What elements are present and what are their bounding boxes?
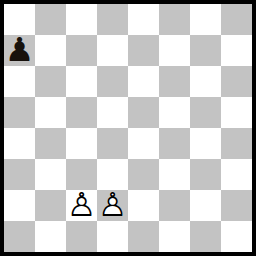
square-h4[interactable] [221, 128, 252, 159]
square-h8[interactable] [221, 4, 252, 35]
square-d7[interactable] [97, 35, 128, 66]
square-c1[interactable] [66, 221, 97, 252]
chess-board: ♟♟♙♟♙ [4, 4, 252, 252]
square-g6[interactable] [190, 66, 221, 97]
square-c6[interactable] [66, 66, 97, 97]
square-h1[interactable] [221, 221, 252, 252]
square-b6[interactable] [35, 66, 66, 97]
square-e6[interactable] [128, 66, 159, 97]
square-e4[interactable] [128, 128, 159, 159]
square-h3[interactable] [221, 159, 252, 190]
board-frame: ♟♟♙♟♙ [0, 0, 256, 256]
white-pawn-icon: ♙ [97, 189, 128, 220]
square-d2[interactable]: ♟♙ [97, 190, 128, 221]
square-e5[interactable] [128, 97, 159, 128]
square-g3[interactable] [190, 159, 221, 190]
black-pawn-icon: ♟ [4, 34, 35, 65]
black-pawn-a7[interactable]: ♟ [4, 35, 35, 66]
square-b7[interactable] [35, 35, 66, 66]
square-f2[interactable] [159, 190, 190, 221]
square-d6[interactable] [97, 66, 128, 97]
square-c7[interactable] [66, 35, 97, 66]
square-g7[interactable] [190, 35, 221, 66]
square-g8[interactable] [190, 4, 221, 35]
square-a3[interactable] [4, 159, 35, 190]
square-c8[interactable] [66, 4, 97, 35]
square-e3[interactable] [128, 159, 159, 190]
square-f4[interactable] [159, 128, 190, 159]
square-b4[interactable] [35, 128, 66, 159]
square-d4[interactable] [97, 128, 128, 159]
square-e7[interactable] [128, 35, 159, 66]
chess-diagram: ♟♟♙♟♙ [0, 0, 260, 260]
square-f5[interactable] [159, 97, 190, 128]
square-h2[interactable] [221, 190, 252, 221]
square-a1[interactable] [4, 221, 35, 252]
square-h6[interactable] [221, 66, 252, 97]
square-g5[interactable] [190, 97, 221, 128]
square-c4[interactable] [66, 128, 97, 159]
square-b1[interactable] [35, 221, 66, 252]
square-b2[interactable] [35, 190, 66, 221]
square-g2[interactable] [190, 190, 221, 221]
square-a6[interactable] [4, 66, 35, 97]
white-pawn-c2[interactable]: ♟♙ [66, 190, 97, 221]
square-b5[interactable] [35, 97, 66, 128]
square-d1[interactable] [97, 221, 128, 252]
square-h7[interactable] [221, 35, 252, 66]
square-f1[interactable] [159, 221, 190, 252]
square-c2[interactable]: ♟♙ [66, 190, 97, 221]
square-a5[interactable] [4, 97, 35, 128]
square-a4[interactable] [4, 128, 35, 159]
square-e1[interactable] [128, 221, 159, 252]
square-e8[interactable] [128, 4, 159, 35]
square-f7[interactable] [159, 35, 190, 66]
square-f3[interactable] [159, 159, 190, 190]
white-pawn-icon: ♙ [66, 189, 97, 220]
square-d8[interactable] [97, 4, 128, 35]
white-pawn-d2[interactable]: ♟♙ [97, 190, 128, 221]
square-b3[interactable] [35, 159, 66, 190]
square-a2[interactable] [4, 190, 35, 221]
square-d5[interactable] [97, 97, 128, 128]
square-h5[interactable] [221, 97, 252, 128]
square-a7[interactable]: ♟ [4, 35, 35, 66]
square-c5[interactable] [66, 97, 97, 128]
square-f8[interactable] [159, 4, 190, 35]
square-b8[interactable] [35, 4, 66, 35]
square-g4[interactable] [190, 128, 221, 159]
square-f6[interactable] [159, 66, 190, 97]
square-g1[interactable] [190, 221, 221, 252]
square-e2[interactable] [128, 190, 159, 221]
